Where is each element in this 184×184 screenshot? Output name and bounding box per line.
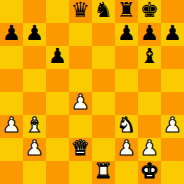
white-rook-piece: ♜ [94, 161, 113, 183]
white-pawn-piece: ♟ [163, 115, 182, 137]
square-f2[interactable]: ♟ [115, 138, 138, 161]
square-b6[interactable] [23, 46, 46, 69]
square-f4[interactable] [115, 92, 138, 115]
white-pawn-piece: ♟ [25, 138, 44, 160]
square-d2[interactable]: ♛ [69, 138, 92, 161]
black-pawn-piece: ♟ [25, 23, 44, 45]
square-h8[interactable] [161, 0, 184, 23]
square-g7[interactable]: ♟ [138, 23, 161, 46]
square-d5[interactable] [69, 69, 92, 92]
square-a2[interactable] [0, 138, 23, 161]
square-g2[interactable]: ♟ [138, 138, 161, 161]
square-d8[interactable]: ♛ [69, 0, 92, 23]
white-knight-piece: ♞ [117, 115, 136, 137]
square-h3[interactable]: ♟ [161, 115, 184, 138]
square-h1[interactable] [161, 161, 184, 184]
square-f8[interactable]: ♜ [115, 0, 138, 23]
square-f5[interactable] [115, 69, 138, 92]
square-e7[interactable] [92, 23, 115, 46]
chess-board: ♛♞♜♚♟♟♟♟♟♟♝♟♟♝♞♟♟♛♟♟♜♚ [0, 0, 184, 184]
black-bishop-piece: ♝ [140, 46, 159, 68]
square-b5[interactable] [23, 69, 46, 92]
white-pawn-piece: ♟ [117, 138, 136, 160]
square-d6[interactable] [69, 46, 92, 69]
square-f6[interactable] [115, 46, 138, 69]
black-pawn-piece: ♟ [2, 23, 21, 45]
square-c3[interactable] [46, 115, 69, 138]
square-d1[interactable] [69, 161, 92, 184]
square-g1[interactable]: ♚ [138, 161, 161, 184]
white-pawn-piece: ♟ [140, 138, 159, 160]
white-king-piece: ♚ [140, 161, 159, 183]
square-f7[interactable]: ♟ [115, 23, 138, 46]
square-d4[interactable]: ♟ [69, 92, 92, 115]
square-b8[interactable] [23, 0, 46, 23]
square-g6[interactable]: ♝ [138, 46, 161, 69]
black-queen-piece: ♛ [71, 0, 90, 22]
square-b1[interactable] [23, 161, 46, 184]
square-c1[interactable] [46, 161, 69, 184]
square-h2[interactable] [161, 138, 184, 161]
square-a6[interactable] [0, 46, 23, 69]
white-pawn-piece: ♟ [71, 92, 90, 114]
square-a3[interactable]: ♟ [0, 115, 23, 138]
square-e3[interactable] [92, 115, 115, 138]
black-pawn-piece: ♟ [163, 23, 182, 45]
black-rook-piece: ♜ [117, 0, 136, 22]
square-b2[interactable]: ♟ [23, 138, 46, 161]
square-c2[interactable] [46, 138, 69, 161]
square-f3[interactable]: ♞ [115, 115, 138, 138]
square-e4[interactable] [92, 92, 115, 115]
white-pawn-piece: ♟ [2, 115, 21, 137]
black-king-piece: ♚ [140, 0, 159, 22]
square-g5[interactable] [138, 69, 161, 92]
square-h7[interactable]: ♟ [161, 23, 184, 46]
square-h4[interactable] [161, 92, 184, 115]
square-g4[interactable] [138, 92, 161, 115]
white-bishop-piece: ♝ [25, 115, 44, 137]
square-a8[interactable] [0, 0, 23, 23]
square-a1[interactable] [0, 161, 23, 184]
square-e8[interactable]: ♞ [92, 0, 115, 23]
square-a5[interactable] [0, 69, 23, 92]
square-b3[interactable]: ♝ [23, 115, 46, 138]
square-e6[interactable] [92, 46, 115, 69]
square-d3[interactable] [69, 115, 92, 138]
square-c4[interactable] [46, 92, 69, 115]
square-h5[interactable] [161, 69, 184, 92]
square-c7[interactable] [46, 23, 69, 46]
square-d7[interactable] [69, 23, 92, 46]
square-a4[interactable] [0, 92, 23, 115]
square-h6[interactable] [161, 46, 184, 69]
square-f1[interactable] [115, 161, 138, 184]
square-c8[interactable] [46, 0, 69, 23]
square-b4[interactable] [23, 92, 46, 115]
square-a7[interactable]: ♟ [0, 23, 23, 46]
black-pawn-piece: ♟ [140, 23, 159, 45]
square-e2[interactable] [92, 138, 115, 161]
black-pawn-piece: ♟ [48, 46, 67, 68]
square-g3[interactable] [138, 115, 161, 138]
square-g8[interactable]: ♚ [138, 0, 161, 23]
square-b7[interactable]: ♟ [23, 23, 46, 46]
black-pawn-piece: ♟ [117, 23, 136, 45]
white-queen-piece: ♛ [71, 138, 90, 160]
square-e5[interactable] [92, 69, 115, 92]
square-e1[interactable]: ♜ [92, 161, 115, 184]
black-knight-piece: ♞ [94, 0, 113, 22]
square-c5[interactable] [46, 69, 69, 92]
square-c6[interactable]: ♟ [46, 46, 69, 69]
